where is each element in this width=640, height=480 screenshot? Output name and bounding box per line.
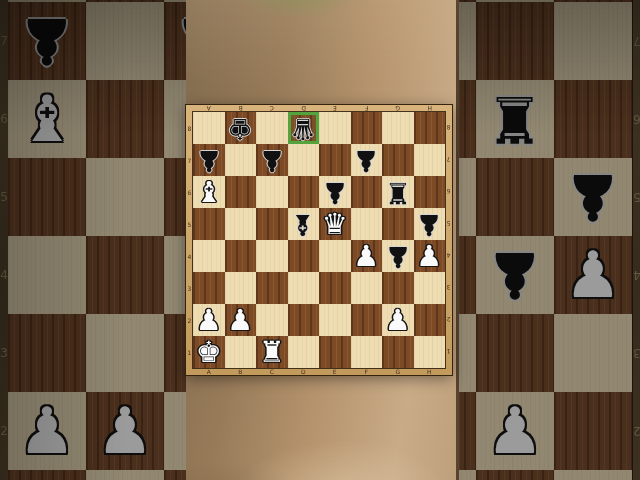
square-e2[interactable] — [319, 304, 351, 336]
file-label: C — [256, 105, 288, 112]
square-d4[interactable] — [288, 240, 320, 272]
rank-label: 7 — [633, 34, 640, 48]
square-h6 — [554, 80, 632, 158]
square-b3[interactable] — [225, 272, 257, 304]
rank-label: 1 — [445, 336, 452, 368]
square-c2[interactable] — [256, 304, 288, 336]
piece-black-pawn[interactable]: ♟ — [259, 146, 285, 175]
file-label: D — [288, 368, 320, 375]
square-a6: ♝ — [8, 80, 86, 158]
piece-black-bishop[interactable]: ♝ — [290, 210, 316, 239]
piece-black-pawn: ♟ — [564, 165, 621, 229]
rank-label: 5 — [633, 190, 640, 204]
piece-white-rook[interactable]: ♜ — [259, 338, 285, 367]
piece-white-pawn: ♟ — [96, 399, 153, 463]
square-h5: ♟ — [554, 158, 632, 236]
square-c5[interactable] — [256, 208, 288, 240]
square-e4[interactable] — [319, 240, 351, 272]
square-h3[interactable] — [414, 272, 446, 304]
square-b6[interactable] — [225, 176, 257, 208]
square-c8[interactable] — [256, 112, 288, 144]
square-f5[interactable] — [351, 208, 383, 240]
rank-label: 1 — [186, 336, 193, 368]
piece-white-pawn: ♟ — [486, 399, 543, 463]
rank-label: 5 — [186, 208, 193, 240]
file-label: H — [414, 105, 446, 112]
file-label: A — [193, 105, 225, 112]
piece-black-pawn[interactable]: ♟ — [353, 146, 379, 175]
rank-label: 6 — [445, 176, 452, 208]
square-a6[interactable]: ♝ — [193, 176, 225, 208]
square-b1 — [86, 470, 164, 480]
square-h1 — [554, 470, 632, 480]
rank-label: 4 — [186, 240, 193, 272]
square-d1[interactable] — [288, 336, 320, 368]
piece-white-pawn[interactable]: ♟ — [196, 306, 222, 335]
square-b1[interactable] — [225, 336, 257, 368]
square-a7: ♟ — [8, 2, 86, 80]
rank-label: 3 — [0, 346, 8, 360]
square-g1[interactable] — [382, 336, 414, 368]
piece-black-rook[interactable]: ♜ — [385, 178, 411, 207]
file-label: E — [319, 105, 351, 112]
chess-board: ABCDEFGH ABCDEFGH 87654321 87654321 ♚♛♟♟… — [186, 105, 452, 375]
square-b5 — [86, 158, 164, 236]
rank-label: 5 — [0, 190, 8, 204]
square-h7 — [554, 2, 632, 80]
rank-label: 8 — [445, 112, 452, 144]
square-a5[interactable] — [193, 208, 225, 240]
square-a1[interactable]: ♚ — [193, 336, 225, 368]
square-e1[interactable] — [319, 336, 351, 368]
square-h6[interactable] — [414, 176, 446, 208]
file-label: G — [382, 105, 414, 112]
square-b4[interactable] — [225, 240, 257, 272]
piece-black-pawn[interactable]: ♟ — [416, 210, 442, 239]
square-f3[interactable] — [351, 272, 383, 304]
square-d6[interactable] — [288, 176, 320, 208]
square-h4: ♟ — [554, 236, 632, 314]
piece-black-pawn[interactable]: ♟ — [322, 178, 348, 207]
file-label: D — [288, 105, 320, 112]
rank-label: 7 — [0, 34, 8, 48]
square-b2: ♟ — [86, 392, 164, 470]
square-c7[interactable]: ♟ — [256, 144, 288, 176]
square-b3 — [86, 314, 164, 392]
square-a4[interactable] — [193, 240, 225, 272]
file-label: B — [225, 105, 257, 112]
square-a7[interactable]: ♟ — [193, 144, 225, 176]
piece-black-rook: ♜ — [486, 87, 543, 151]
square-g5 — [476, 158, 554, 236]
file-label: E — [319, 368, 351, 375]
piece-white-pawn: ♟ — [564, 243, 621, 307]
square-d3[interactable] — [288, 272, 320, 304]
square-d7[interactable] — [288, 144, 320, 176]
piece-black-pawn: ♟ — [18, 9, 75, 73]
piece-black-pawn[interactable]: ♟ — [196, 146, 222, 175]
square-h4[interactable]: ♟ — [414, 240, 446, 272]
square-g1 — [476, 470, 554, 480]
file-labels-bottom: ABCDEFGH — [193, 368, 445, 375]
square-b4 — [86, 236, 164, 314]
square-h3 — [554, 314, 632, 392]
piece-white-king[interactable]: ♚ — [196, 338, 222, 367]
square-c6[interactable] — [256, 176, 288, 208]
square-f8[interactable] — [351, 112, 383, 144]
square-a2[interactable]: ♟ — [193, 304, 225, 336]
square-a4 — [8, 236, 86, 314]
rank-label: 5 — [445, 208, 452, 240]
rank-labels-left: 87654321 — [186, 112, 193, 368]
square-g6: ♜ — [476, 80, 554, 158]
square-d8[interactable]: ♛ — [288, 112, 320, 144]
square-g5[interactable] — [382, 208, 414, 240]
rank-label: 2 — [186, 304, 193, 336]
piece-white-pawn[interactable]: ♟ — [385, 306, 411, 335]
file-label: C — [256, 368, 288, 375]
piece-white-pawn: ♟ — [18, 399, 75, 463]
piece-white-bishop[interactable]: ♝ — [196, 178, 222, 207]
square-c3[interactable] — [256, 272, 288, 304]
rank-label: 6 — [0, 112, 8, 126]
piece-black-pawn: ♟ — [486, 243, 543, 307]
square-g4[interactable]: ♟ — [382, 240, 414, 272]
piece-black-queen[interactable]: ♛ — [290, 114, 316, 143]
square-a8[interactable] — [193, 112, 225, 144]
piece-black-pawn[interactable]: ♟ — [385, 242, 411, 271]
square-c4[interactable] — [256, 240, 288, 272]
square-d2[interactable] — [288, 304, 320, 336]
square-g3 — [476, 314, 554, 392]
square-h5[interactable]: ♟ — [414, 208, 446, 240]
file-label: A — [193, 368, 225, 375]
square-b5[interactable] — [225, 208, 257, 240]
rank-label: 2 — [445, 304, 452, 336]
square-f2[interactable] — [351, 304, 383, 336]
rank-label: 6 — [186, 176, 193, 208]
square-h7[interactable] — [414, 144, 446, 176]
square-c1[interactable]: ♜ — [256, 336, 288, 368]
square-g2: ♟ — [476, 392, 554, 470]
piece-white-pawn[interactable]: ♟ — [227, 306, 253, 335]
square-f1[interactable] — [351, 336, 383, 368]
rank-label: 3 — [186, 272, 193, 304]
background-board-right-frame: 87654321 — [632, 0, 640, 480]
square-b7 — [86, 2, 164, 80]
rank-label: 8 — [186, 112, 193, 144]
square-e6[interactable]: ♟ — [319, 176, 351, 208]
square-b7[interactable] — [225, 144, 257, 176]
piece-black-king[interactable]: ♚ — [227, 114, 253, 143]
square-h2 — [554, 392, 632, 470]
square-h2[interactable] — [414, 304, 446, 336]
square-e8[interactable] — [319, 112, 351, 144]
piece-white-bishop: ♝ — [18, 87, 75, 151]
rank-label: 3 — [445, 272, 452, 304]
square-d5[interactable]: ♝ — [288, 208, 320, 240]
square-e3[interactable] — [319, 272, 351, 304]
rank-label: 4 — [0, 268, 8, 282]
square-a5 — [8, 158, 86, 236]
rank-label: 4 — [633, 268, 640, 282]
rank-label: 6 — [633, 112, 640, 126]
rank-label: 7 — [445, 144, 452, 176]
piece-white-queen[interactable]: ♛ — [322, 210, 348, 239]
square-a3[interactable] — [193, 272, 225, 304]
square-g4: ♟ — [476, 236, 554, 314]
square-a1: ♚ — [8, 470, 86, 480]
square-a2: ♟ — [8, 392, 86, 470]
piece-white-pawn[interactable]: ♟ — [353, 242, 379, 271]
square-g7 — [476, 2, 554, 80]
square-g8[interactable] — [382, 112, 414, 144]
rank-label: 3 — [633, 346, 640, 360]
square-e7[interactable] — [319, 144, 351, 176]
rank-label: 7 — [186, 144, 193, 176]
rank-label: 2 — [633, 424, 640, 438]
video-frame: 87654321 ♚♛♟♟♟♝♟♜♝♛♟♟♟♟♟♟♟♚♜ 87654321 AB… — [0, 0, 640, 480]
chess-board-grid: ♚♛♟♟♟♝♟♜♝♛♟♟♟♟♟♟♟♚♜ — [193, 112, 445, 368]
file-label: F — [351, 368, 383, 375]
square-g7[interactable] — [382, 144, 414, 176]
square-g3[interactable] — [382, 272, 414, 304]
square-e5[interactable]: ♛ — [319, 208, 351, 240]
square-f7[interactable]: ♟ — [351, 144, 383, 176]
file-label: H — [414, 368, 446, 375]
rank-label: 4 — [445, 240, 452, 272]
square-b2[interactable]: ♟ — [225, 304, 257, 336]
square-h1[interactable] — [414, 336, 446, 368]
square-f4[interactable]: ♟ — [351, 240, 383, 272]
file-labels-top: ABCDEFGH — [193, 105, 445, 112]
square-h8[interactable] — [414, 112, 446, 144]
file-label: F — [351, 105, 383, 112]
file-label: B — [225, 368, 257, 375]
rank-labels-right: 87654321 — [445, 112, 452, 368]
square-b6 — [86, 80, 164, 158]
rank-label: 2 — [0, 424, 8, 438]
square-g6[interactable]: ♜ — [382, 176, 414, 208]
file-label: G — [382, 368, 414, 375]
square-a3 — [8, 314, 86, 392]
square-g2[interactable]: ♟ — [382, 304, 414, 336]
square-b8[interactable]: ♚ — [225, 112, 257, 144]
piece-white-pawn[interactable]: ♟ — [416, 242, 442, 271]
square-f6[interactable] — [351, 176, 383, 208]
